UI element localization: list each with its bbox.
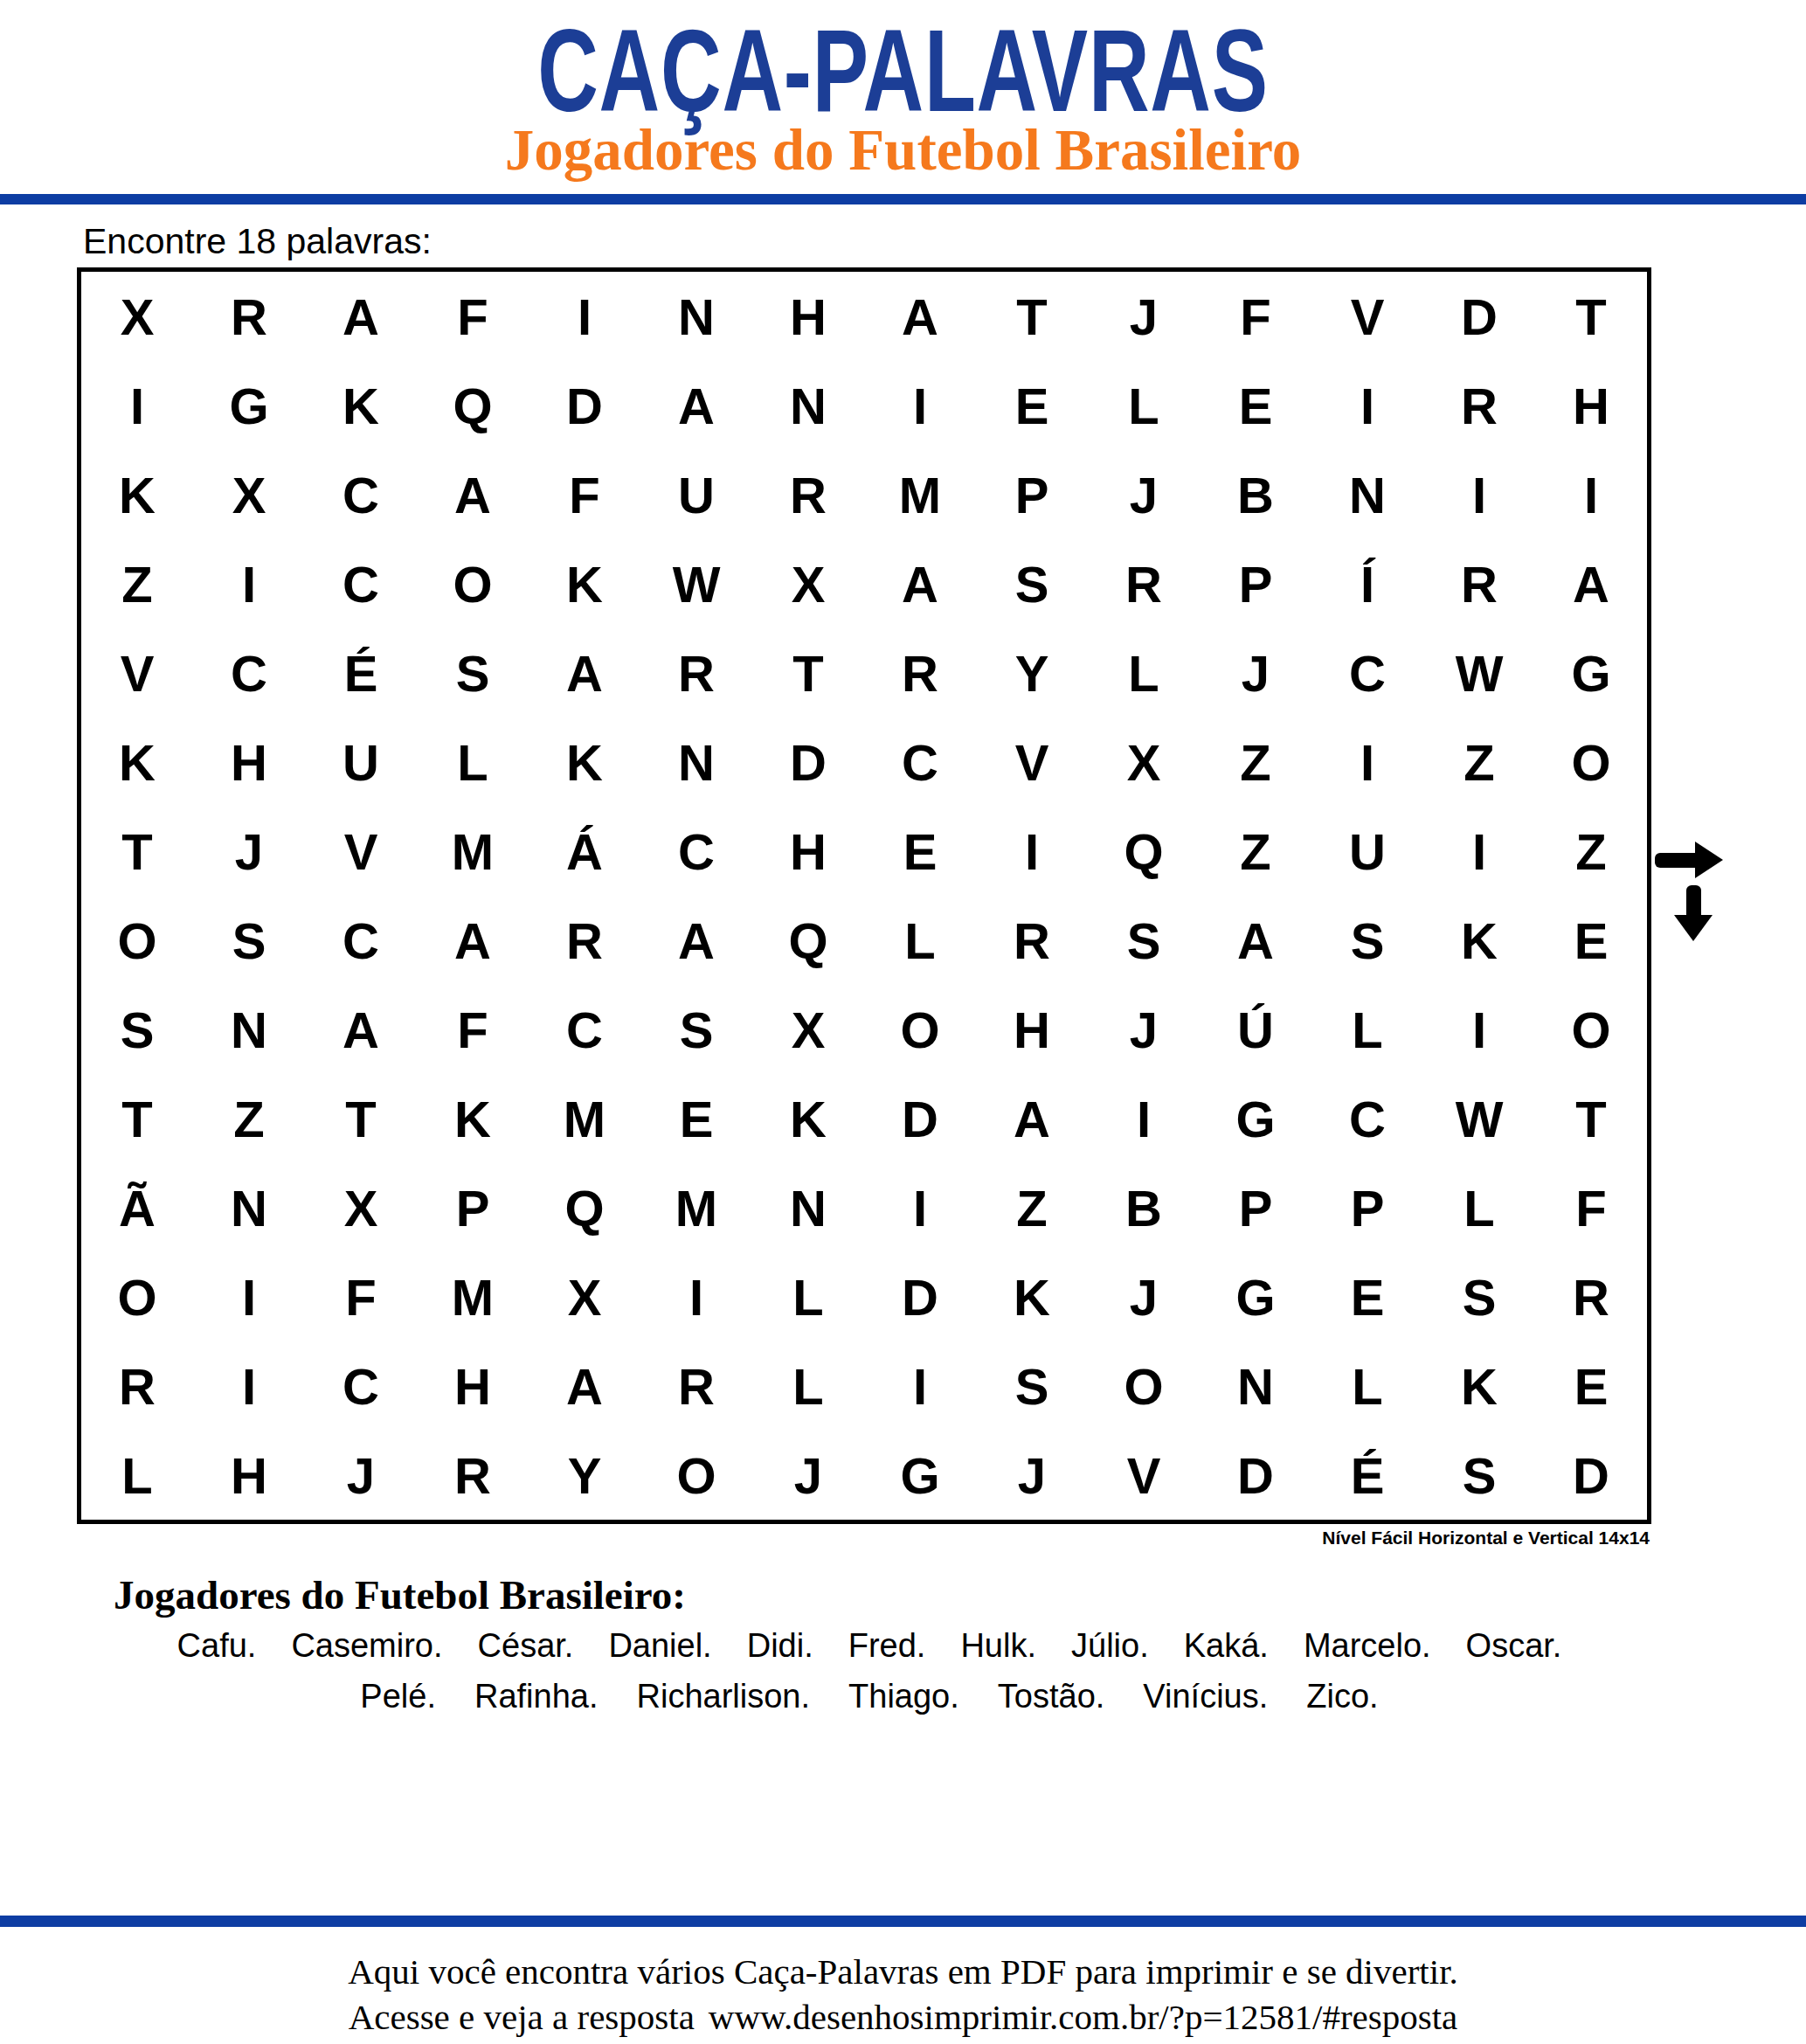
grid-cell[interactable]: P bbox=[1200, 539, 1311, 628]
grid-cell[interactable]: C bbox=[1311, 628, 1423, 717]
grid-cell[interactable]: T bbox=[81, 1074, 193, 1163]
grid-cell[interactable]: C bbox=[864, 717, 976, 807]
grid-cell[interactable]: N bbox=[752, 1163, 864, 1252]
grid-cell[interactable]: D bbox=[864, 1252, 976, 1341]
grid-cell[interactable]: K bbox=[417, 1074, 529, 1163]
grid-cell[interactable]: J bbox=[1088, 1252, 1200, 1341]
grid-cell[interactable]: I bbox=[193, 1341, 305, 1431]
word-item: César. bbox=[478, 1627, 574, 1665]
grid-cell[interactable]: C bbox=[305, 450, 417, 539]
grid-cell[interactable]: X bbox=[305, 1163, 417, 1252]
grid-cell[interactable]: S bbox=[193, 896, 305, 985]
grid-cell[interactable]: T bbox=[305, 1074, 417, 1163]
grid-cell[interactable]: E bbox=[864, 807, 976, 896]
word-item: Casemiro. bbox=[291, 1627, 442, 1665]
grid-cell[interactable]: I bbox=[529, 272, 640, 361]
grid-cell[interactable]: V bbox=[81, 628, 193, 717]
word-item: Júlio. bbox=[1071, 1627, 1149, 1665]
grid-cell[interactable]: T bbox=[1535, 1074, 1647, 1163]
footer-text-1: Aqui você encontra vários Caça-Palavras … bbox=[0, 1950, 1806, 1992]
grid-cell[interactable]: O bbox=[1535, 985, 1647, 1074]
grid-cell[interactable]: G bbox=[193, 361, 305, 450]
grid-cell[interactable]: A bbox=[640, 361, 752, 450]
grid-cell[interactable]: O bbox=[1088, 1341, 1200, 1431]
word-item: Vinícius. bbox=[1143, 1678, 1268, 1715]
grid-cell[interactable]: B bbox=[1088, 1163, 1200, 1252]
grid-cell[interactable]: V bbox=[1088, 1431, 1200, 1520]
footer-text-2: Acesse e veja a respostawww.desenhosimpr… bbox=[0, 1996, 1806, 2038]
grid-cell[interactable]: G bbox=[1200, 1252, 1311, 1341]
grid-cell[interactable]: Z bbox=[1423, 717, 1535, 807]
grid-cell[interactable]: R bbox=[81, 1341, 193, 1431]
grid-cell[interactable]: K bbox=[529, 539, 640, 628]
grid-cell[interactable]: I bbox=[193, 1252, 305, 1341]
grid-cell[interactable]: I bbox=[1311, 717, 1423, 807]
grid-cell[interactable]: J bbox=[1088, 450, 1200, 539]
grid-cell[interactable]: N bbox=[193, 1163, 305, 1252]
arrow-shaft bbox=[1686, 885, 1701, 915]
arrow-head bbox=[1695, 842, 1723, 878]
footer-url[interactable]: www.desenhosimprimir.com.br/?p=12581/#re… bbox=[709, 1997, 1457, 2037]
grid-cell[interactable]: A bbox=[417, 450, 529, 539]
grid-cell[interactable]: D bbox=[864, 1074, 976, 1163]
grid-cell[interactable]: C bbox=[193, 628, 305, 717]
grid-cell[interactable]: R bbox=[976, 896, 1088, 985]
grid-cell[interactable]: J bbox=[305, 1431, 417, 1520]
grid-cell[interactable]: L bbox=[1423, 1163, 1535, 1252]
grid-cell[interactable]: A bbox=[1200, 896, 1311, 985]
grid-cell[interactable]: A bbox=[976, 1074, 1088, 1163]
grid-cell[interactable]: P bbox=[1311, 1163, 1423, 1252]
grid-cell[interactable]: S bbox=[1088, 896, 1200, 985]
grid-cell[interactable]: K bbox=[1423, 1341, 1535, 1431]
grid-cell[interactable]: W bbox=[640, 539, 752, 628]
grid-cell[interactable]: H bbox=[752, 807, 864, 896]
grid-cell[interactable]: L bbox=[417, 717, 529, 807]
grid-cell[interactable]: Ã bbox=[81, 1163, 193, 1252]
grid-cell[interactable]: T bbox=[81, 807, 193, 896]
grid-cell[interactable]: J bbox=[976, 1431, 1088, 1520]
grid-cell[interactable]: F bbox=[1535, 1163, 1647, 1252]
grid-cell[interactable]: Ú bbox=[1200, 985, 1311, 1074]
grid-cell[interactable]: H bbox=[193, 1431, 305, 1520]
grid-cell[interactable]: D bbox=[1535, 1431, 1647, 1520]
grid-cell[interactable]: N bbox=[1200, 1341, 1311, 1431]
grid-cell[interactable]: U bbox=[305, 717, 417, 807]
grid-cell[interactable]: N bbox=[1311, 450, 1423, 539]
grid-cell[interactable]: R bbox=[752, 450, 864, 539]
grid-cell[interactable]: I bbox=[864, 1341, 976, 1431]
grid-cell[interactable]: R bbox=[1088, 539, 1200, 628]
grid-cell[interactable]: C bbox=[1311, 1074, 1423, 1163]
grid-cell[interactable]: S bbox=[640, 985, 752, 1074]
grid-cell[interactable]: É bbox=[305, 628, 417, 717]
grid-cell[interactable]: L bbox=[1311, 1341, 1423, 1431]
grid-cell[interactable]: M bbox=[640, 1163, 752, 1252]
grid-cell[interactable]: C bbox=[305, 896, 417, 985]
grid-cell[interactable]: I bbox=[976, 807, 1088, 896]
grid-cell[interactable]: I bbox=[193, 539, 305, 628]
grid-cell[interactable]: V bbox=[976, 717, 1088, 807]
grid-cell[interactable]: Y bbox=[529, 1431, 640, 1520]
grid-cell[interactable]: I bbox=[1535, 450, 1647, 539]
word-item: Marcelo. bbox=[1304, 1627, 1431, 1665]
word-item: Richarlison. bbox=[637, 1678, 811, 1715]
grid-cell[interactable]: N bbox=[752, 361, 864, 450]
grid-cell[interactable]: E bbox=[1200, 361, 1311, 450]
grid-cell[interactable]: X bbox=[81, 272, 193, 361]
grid-cell[interactable]: C bbox=[305, 1341, 417, 1431]
grid-cell[interactable]: M bbox=[417, 1252, 529, 1341]
grid-cell[interactable]: Q bbox=[752, 896, 864, 985]
grid-cell[interactable]: F bbox=[305, 1252, 417, 1341]
grid-cell[interactable]: A bbox=[864, 272, 976, 361]
grid-cell[interactable]: E bbox=[640, 1074, 752, 1163]
grid-cell[interactable]: K bbox=[529, 717, 640, 807]
word-item: Hulk. bbox=[960, 1627, 1036, 1665]
grid-cell[interactable]: R bbox=[1535, 1252, 1647, 1341]
grid-cell[interactable]: L bbox=[81, 1431, 193, 1520]
grid-cell[interactable]: Z bbox=[193, 1074, 305, 1163]
grid-cell[interactable]: X bbox=[529, 1252, 640, 1341]
grid-cell[interactable]: I bbox=[81, 361, 193, 450]
grid-cell[interactable]: S bbox=[976, 1341, 1088, 1431]
word-item: Kaká. bbox=[1184, 1627, 1269, 1665]
grid-cell[interactable]: P bbox=[1200, 1163, 1311, 1252]
grid-cell[interactable]: A bbox=[305, 985, 417, 1074]
grid-cell[interactable]: S bbox=[1423, 1252, 1535, 1341]
grid-cell[interactable]: I bbox=[1088, 1074, 1200, 1163]
grid-cell[interactable]: Í bbox=[1311, 539, 1423, 628]
grid-cell[interactable]: O bbox=[640, 1431, 752, 1520]
arrow-shaft bbox=[1655, 853, 1695, 868]
word-item: Fred. bbox=[848, 1627, 926, 1665]
grid-cell[interactable]: C bbox=[640, 807, 752, 896]
page-title: CAÇA-PALAVRAS bbox=[253, 12, 1553, 129]
grid-cell[interactable]: J bbox=[1200, 628, 1311, 717]
grid-cell[interactable]: R bbox=[864, 628, 976, 717]
grid-cell[interactable]: K bbox=[1423, 896, 1535, 985]
vertical-direction-arrow-icon bbox=[1674, 885, 1713, 941]
grid-cell[interactable]: E bbox=[1535, 1341, 1647, 1431]
grid-cell[interactable]: K bbox=[976, 1252, 1088, 1341]
grid-cell[interactable]: M bbox=[864, 450, 976, 539]
grid-cell[interactable]: W bbox=[1423, 1074, 1535, 1163]
grid-cell[interactable]: L bbox=[752, 1341, 864, 1431]
grid-cell[interactable]: F bbox=[529, 450, 640, 539]
grid-cell[interactable]: K bbox=[305, 361, 417, 450]
grid-cell[interactable]: O bbox=[81, 1252, 193, 1341]
grid-cell[interactable]: S bbox=[81, 985, 193, 1074]
grid-cell[interactable]: D bbox=[1423, 272, 1535, 361]
grid-cell[interactable]: Z bbox=[976, 1163, 1088, 1252]
word-item: Cafu. bbox=[177, 1627, 257, 1665]
word-item: Pelé. bbox=[360, 1678, 436, 1715]
grid-cell[interactable]: G bbox=[864, 1431, 976, 1520]
page-subtitle: Jogadores do Futebol Brasileiro bbox=[0, 121, 1806, 179]
page: CAÇA-PALAVRAS Jogadores do Futebol Brasi… bbox=[0, 0, 1806, 2044]
grid-cell[interactable]: I bbox=[864, 1163, 976, 1252]
grid-cell[interactable]: Z bbox=[1535, 807, 1647, 896]
grid-cell[interactable]: R bbox=[640, 628, 752, 717]
grid-cell[interactable]: S bbox=[1311, 896, 1423, 985]
grid-cell[interactable]: L bbox=[864, 896, 976, 985]
grid-cell[interactable]: J bbox=[1088, 272, 1200, 361]
word-item: Thiago. bbox=[848, 1678, 959, 1715]
grid-cell[interactable]: W bbox=[1423, 628, 1535, 717]
grid-cell[interactable]: N bbox=[640, 272, 752, 361]
grid-cell[interactable]: R bbox=[417, 1431, 529, 1520]
grid-cell[interactable]: C bbox=[529, 985, 640, 1074]
grid-cell[interactable]: I bbox=[1423, 985, 1535, 1074]
top-divider-bar bbox=[0, 194, 1806, 204]
grid-cell[interactable]: H bbox=[1535, 361, 1647, 450]
grid-cell[interactable]: M bbox=[529, 1074, 640, 1163]
footer-cta: Acesse e veja a resposta bbox=[349, 1997, 695, 2037]
grid-cell[interactable]: G bbox=[1535, 628, 1647, 717]
grid-cell[interactable]: A bbox=[529, 1341, 640, 1431]
grid-cell[interactable]: T bbox=[976, 272, 1088, 361]
grid-cell[interactable]: É bbox=[1311, 1431, 1423, 1520]
grid-cell[interactable]: D bbox=[1200, 1431, 1311, 1520]
grid-cell[interactable]: T bbox=[752, 628, 864, 717]
grid-cell[interactable]: A bbox=[1535, 539, 1647, 628]
grid-cell[interactable]: D bbox=[752, 717, 864, 807]
grid-cell[interactable]: H bbox=[752, 272, 864, 361]
grid-cell[interactable]: F bbox=[417, 985, 529, 1074]
grid-cell[interactable]: M bbox=[417, 807, 529, 896]
grid-cell[interactable]: H bbox=[417, 1341, 529, 1431]
grid-cell[interactable]: V bbox=[1311, 272, 1423, 361]
grid-cell[interactable]: R bbox=[1423, 539, 1535, 628]
grid-cell[interactable]: T bbox=[1535, 272, 1647, 361]
instruction-label: Encontre 18 palavras: bbox=[83, 222, 432, 261]
grid-cell[interactable]: U bbox=[1311, 807, 1423, 896]
grid-cell[interactable]: E bbox=[1535, 896, 1647, 985]
grid-cell[interactable]: C bbox=[305, 539, 417, 628]
word-item: Zico. bbox=[1306, 1678, 1378, 1715]
grid-cell[interactable]: I bbox=[1311, 361, 1423, 450]
grid-cell[interactable]: U bbox=[640, 450, 752, 539]
word-item: Oscar. bbox=[1466, 1627, 1562, 1665]
grid-cell[interactable]: L bbox=[752, 1252, 864, 1341]
grid-cell[interactable]: L bbox=[1088, 628, 1200, 717]
word-list-line-1: Cafu.Casemiro.César.Daniel.Didi.Fred.Hul… bbox=[52, 1627, 1686, 1665]
grid-cell[interactable]: I bbox=[1423, 450, 1535, 539]
difficulty-caption: Nível Fácil Horizontal e Vertical 14x14 bbox=[77, 1528, 1650, 1549]
word-list-heading: Jogadores do Futebol Brasileiro: bbox=[114, 1571, 686, 1618]
grid-cell[interactable]: K bbox=[81, 717, 193, 807]
grid-cell[interactable]: X bbox=[752, 539, 864, 628]
word-item: Didi. bbox=[747, 1627, 813, 1665]
grid-cell[interactable]: J bbox=[193, 807, 305, 896]
grid-cell[interactable]: A bbox=[305, 272, 417, 361]
grid-cell[interactable]: N bbox=[193, 985, 305, 1074]
grid-cell[interactable]: E bbox=[976, 361, 1088, 450]
grid-cell[interactable]: J bbox=[752, 1431, 864, 1520]
grid-cell[interactable]: R bbox=[640, 1341, 752, 1431]
arrow-head bbox=[1674, 915, 1713, 941]
grid-cell[interactable]: X bbox=[193, 450, 305, 539]
grid-cell[interactable]: O bbox=[1535, 717, 1647, 807]
grid-cell[interactable]: G bbox=[1200, 1074, 1311, 1163]
word-list-line-2: Pelé.Rafinha.Richarlison.Thiago.Tostão.V… bbox=[52, 1678, 1686, 1715]
grid-cell[interactable]: A bbox=[417, 896, 529, 985]
grid-cell[interactable]: A bbox=[640, 896, 752, 985]
grid-cell[interactable]: E bbox=[1311, 1252, 1423, 1341]
grid-cell[interactable]: S bbox=[1423, 1431, 1535, 1520]
grid-cell[interactable]: R bbox=[1423, 361, 1535, 450]
footer-divider-bar bbox=[0, 1916, 1806, 1927]
grid-cell[interactable]: H bbox=[193, 717, 305, 807]
grid-cell[interactable]: X bbox=[1088, 717, 1200, 807]
grid-cell[interactable]: L bbox=[1311, 985, 1423, 1074]
word-item: Tostão. bbox=[998, 1678, 1105, 1715]
grid-cell[interactable]: Q bbox=[529, 1163, 640, 1252]
grid-cell[interactable]: A bbox=[529, 628, 640, 717]
grid-cell[interactable]: A bbox=[864, 539, 976, 628]
grid-cell[interactable]: Q bbox=[417, 361, 529, 450]
grid-cell[interactable]: K bbox=[81, 450, 193, 539]
grid-cell[interactable]: Z bbox=[1200, 807, 1311, 896]
horizontal-direction-arrow-icon bbox=[1655, 842, 1723, 878]
grid-cell[interactable]: P bbox=[976, 450, 1088, 539]
grid-cell[interactable]: N bbox=[640, 717, 752, 807]
grid-cell[interactable]: K bbox=[752, 1074, 864, 1163]
grid-cell[interactable]: J bbox=[1088, 985, 1200, 1074]
grid-cell[interactable]: F bbox=[1200, 272, 1311, 361]
grid-cell[interactable]: S bbox=[976, 539, 1088, 628]
grid-cell[interactable]: O bbox=[864, 985, 976, 1074]
grid-cell[interactable]: H bbox=[976, 985, 1088, 1074]
grid-cell[interactable]: L bbox=[1088, 361, 1200, 450]
grid-cell[interactable]: I bbox=[864, 361, 976, 450]
grid-cell[interactable]: V bbox=[305, 807, 417, 896]
grid-cell[interactable]: R bbox=[193, 272, 305, 361]
grid-cell[interactable]: S bbox=[417, 628, 529, 717]
grid-cell[interactable]: O bbox=[417, 539, 529, 628]
grid-cell[interactable]: Y bbox=[976, 628, 1088, 717]
grid-cell[interactable]: F bbox=[417, 272, 529, 361]
grid-cell[interactable]: Z bbox=[81, 539, 193, 628]
grid-cell[interactable]: I bbox=[640, 1252, 752, 1341]
grid-cell[interactable]: I bbox=[1423, 807, 1535, 896]
grid-cell[interactable]: Z bbox=[1200, 717, 1311, 807]
grid-cell[interactable]: R bbox=[529, 896, 640, 985]
grid-cell[interactable]: Q bbox=[1088, 807, 1200, 896]
word-search-grid: XRAFINHATJFVDTIGKQDANIELEIRHKXCAFURMPJBN… bbox=[77, 267, 1651, 1524]
direction-legend bbox=[1653, 835, 1740, 957]
grid-cell[interactable]: O bbox=[81, 896, 193, 985]
grid-cell[interactable]: D bbox=[529, 361, 640, 450]
word-item: Daniel. bbox=[608, 1627, 711, 1665]
grid-cell[interactable]: P bbox=[417, 1163, 529, 1252]
grid-cell[interactable]: Á bbox=[529, 807, 640, 896]
grid-cell[interactable]: B bbox=[1200, 450, 1311, 539]
grid-cell[interactable]: X bbox=[752, 985, 864, 1074]
word-item: Rafinha. bbox=[474, 1678, 599, 1715]
